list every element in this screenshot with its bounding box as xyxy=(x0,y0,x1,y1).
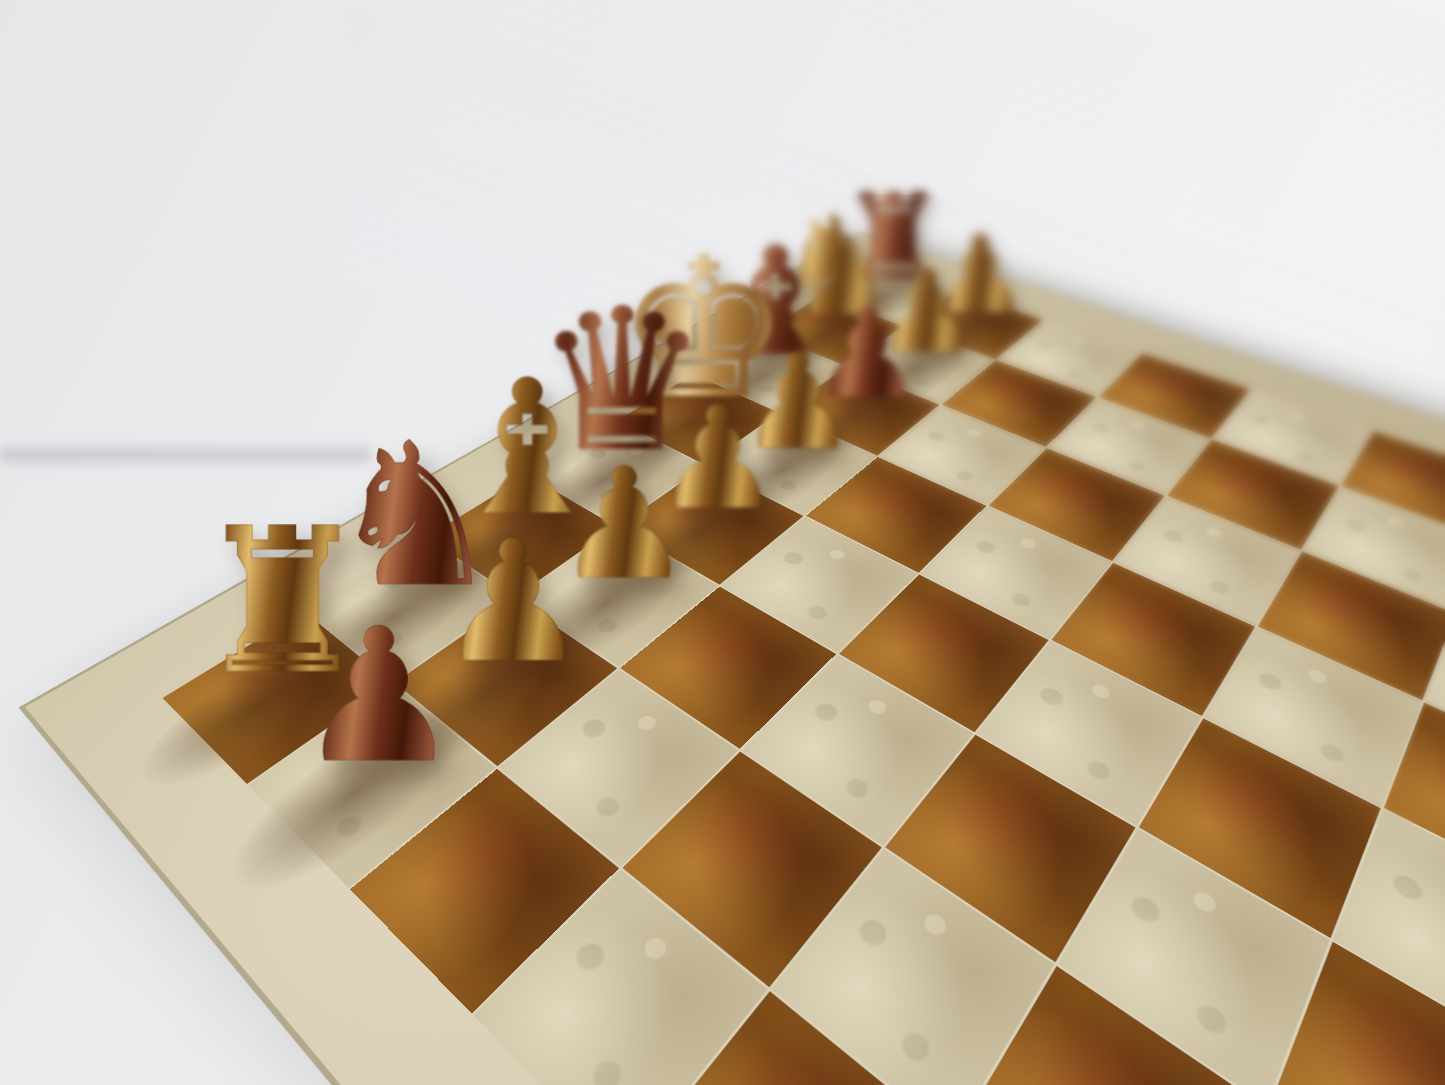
square-d4 xyxy=(839,575,1049,733)
photo-scene: ♜♞♝♛♚♝♞♜♟♟♟♟♟♟♟♟ xyxy=(0,0,1445,1085)
chess-board-slab: ♜♞♝♛♚♝♞♜♟♟♟♟♟♟♟♟ xyxy=(25,232,1445,1085)
piece-pawn-a2: ♟ xyxy=(296,611,461,780)
board-grid: ♜♞♝♛♚♝♞♜♟♟♟♟♟♟♟♟ xyxy=(163,263,1445,1085)
scene-3d: ♜♞♝♛♚♝♞♜♟♟♟♟♟♟♟♟ xyxy=(0,0,1445,1085)
